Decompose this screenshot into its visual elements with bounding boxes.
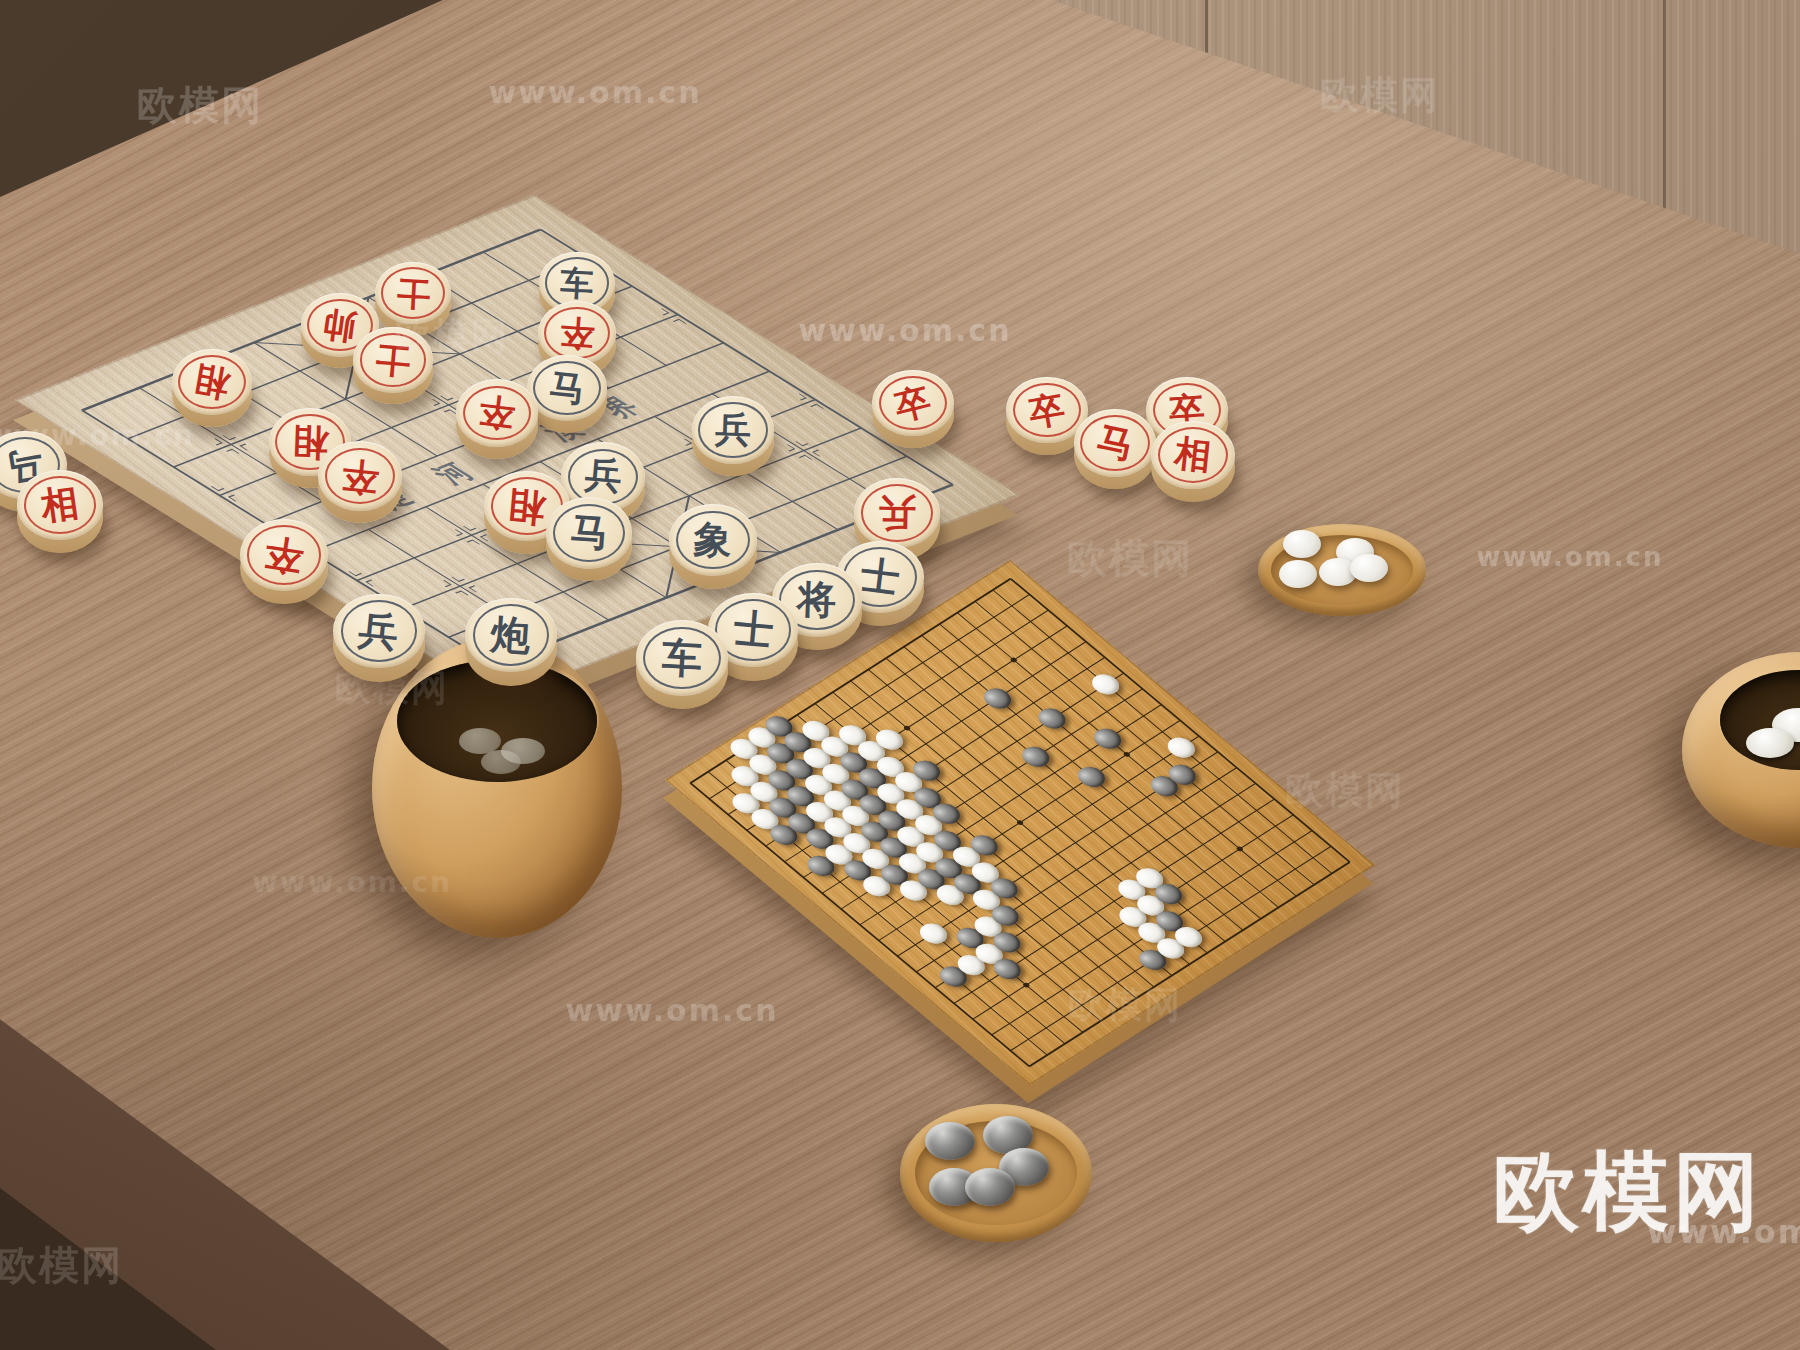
xiangqi-piece-士[interactable]: 士 <box>375 262 452 325</box>
scene-tabletop-games: { "palette":{ "table_wood":"#ab8b70","ca… <box>0 0 1800 1350</box>
xiangqi-piece-炮[interactable]: 炮 <box>465 598 556 673</box>
tray-stone-black[interactable] <box>925 1122 975 1160</box>
xiangqi-piece-车[interactable]: 车 <box>636 620 728 696</box>
xiangqi-piece-卒[interactable]: 卒 <box>240 519 328 591</box>
brand-logo-text: 欧模网 <box>1493 1141 1763 1241</box>
piece-glyph: 马 <box>543 494 635 571</box>
tray-stone-white[interactable] <box>1350 554 1388 582</box>
bowl-stone-white[interactable] <box>1746 728 1794 758</box>
piece-glyph: 兵 <box>330 589 428 673</box>
brand-logo-watermark: 欧模网 <box>1493 1134 1763 1251</box>
xiangqi-piece-兵[interactable]: 兵 <box>854 478 940 549</box>
piece-glyph: 炮 <box>463 594 559 675</box>
tray-stone-black[interactable] <box>965 1168 1015 1206</box>
cabinet-seam <box>1205 0 1208 54</box>
tray-stone-white[interactable] <box>1283 530 1321 558</box>
xiangqi-piece-兵[interactable]: 兵 <box>692 396 774 464</box>
xiangqi-piece-马[interactable]: 马 <box>1074 409 1157 477</box>
piece-glyph: 相 <box>13 464 108 545</box>
xiangqi-piece-卒[interactable]: 卒 <box>318 441 402 510</box>
river-label: 河 <box>423 458 481 489</box>
tray-stone-white[interactable] <box>1279 560 1317 588</box>
piece-glyph: 卒 <box>452 375 541 451</box>
piece-glyph: 卒 <box>314 437 405 515</box>
xiangqi-piece-卒[interactable]: 卒 <box>872 370 953 437</box>
piece-glyph: 卒 <box>235 513 333 598</box>
cabinet-seam <box>1663 0 1666 208</box>
black-stone-tray[interactable] <box>900 1104 1092 1242</box>
xiangqi-piece-马[interactable]: 马 <box>546 497 633 568</box>
bowl-stone-pale[interactable] <box>481 750 521 774</box>
piece-glyph: 相 <box>167 343 258 422</box>
xiangqi-piece-士[interactable]: 士 <box>353 327 432 392</box>
white-stone-tray[interactable] <box>1258 524 1426 616</box>
xiangqi-piece-相[interactable]: 相 <box>17 470 103 540</box>
xiangqi-piece-象[interactable]: 象 <box>669 504 756 575</box>
stone-bowl-right[interactable] <box>1682 652 1800 848</box>
xiangqi-piece-相[interactable]: 相 <box>172 349 252 415</box>
piece-glyph: 车 <box>634 618 730 698</box>
xiangqi-piece-卒[interactable]: 卒 <box>456 379 538 446</box>
xiangqi-piece-相[interactable]: 相 <box>1151 421 1234 489</box>
piece-glyph: 相 <box>1148 417 1238 494</box>
piece-glyph: 士 <box>351 324 436 396</box>
piece-glyph: 兵 <box>691 395 776 465</box>
piece-glyph: 象 <box>668 502 759 578</box>
piece-glyph: 士 <box>373 260 453 327</box>
xiangqi-piece-兵[interactable]: 兵 <box>333 594 424 669</box>
